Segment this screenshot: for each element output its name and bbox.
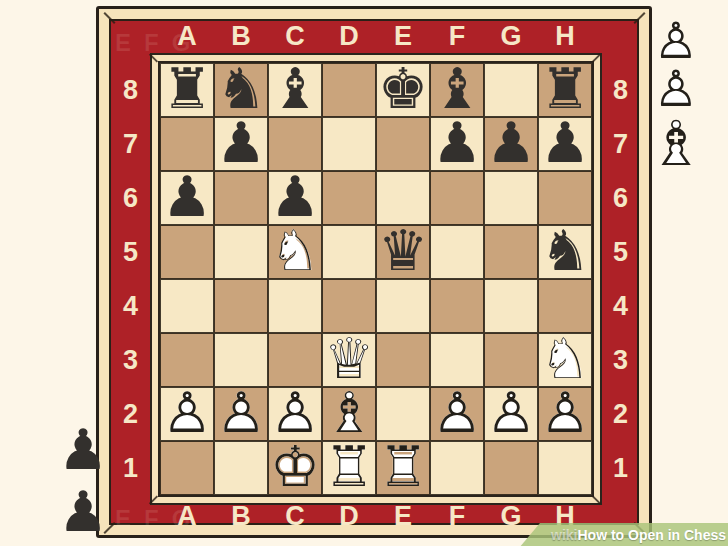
square-b5[interactable] [214,225,268,279]
black-pawn: ♟ [57,488,109,538]
black-rook: ♜ [539,63,591,117]
square-b4[interactable] [214,279,268,333]
captured-white-tray: ♟♙♟♙♝♗ [650,20,702,174]
square-d6[interactable] [322,171,376,225]
square-h4[interactable] [538,279,592,333]
square-d4[interactable] [322,279,376,333]
ghost-letters-bottom: EFG [115,505,203,533]
rank-label-7: 7 [602,117,639,171]
white-pawn: ♟♙ [650,20,702,64]
rank-labels-right: 87654321 [602,63,639,495]
file-label-g: G [484,501,538,532]
rank-label-3: 3 [111,333,150,387]
black-pawn: ♟ [431,117,483,171]
rank-label-6: 6 [602,171,639,225]
piece-outline-layer: ♗ [323,386,375,440]
file-label-g: G [484,21,538,52]
square-a8[interactable]: ♜ [160,63,214,117]
piece-glyph: ♛ [377,224,429,278]
square-h6[interactable] [538,171,592,225]
square-d8[interactable] [322,63,376,117]
square-h1[interactable] [538,441,592,495]
black-knight: ♞ [215,63,267,117]
square-b8[interactable]: ♞ [214,63,268,117]
square-h2[interactable]: ♟♙ [538,387,592,441]
square-f3[interactable] [430,333,484,387]
square-g2[interactable]: ♟♙ [484,387,538,441]
square-e5[interactable]: ♛ [376,225,430,279]
inner-bevel: ♜♞♝♚♝♜♟♟♟♟♟♟♞♘♛♞♛♕♞♘♟♙♟♙♟♙♝♗♟♙♟♙♟♙♚♔♜♖♜♖ [150,53,602,505]
piece-outline-layer: ♕ [323,332,375,386]
white-pawn: ♟♙ [269,387,321,441]
frame-mitre [633,12,645,24]
file-label-d: D [322,501,376,532]
white-pawn: ♟♙ [485,387,537,441]
white-king: ♚♔ [269,441,321,495]
black-pawn: ♟ [57,426,109,476]
rank-labels-left: 87654321 [111,63,150,495]
square-g8[interactable] [484,63,538,117]
watermark-text: wikiHow to Open in Chess [551,524,726,546]
white-pawn: ♟♙ [215,387,267,441]
rank-label-8: 8 [602,63,639,117]
captured-piece: ♟ [57,488,109,538]
file-label-f: F [430,501,484,532]
square-b6[interactable] [214,171,268,225]
square-d3[interactable]: ♛♕ [322,333,376,387]
piece-outline-layer: ♔ [269,440,321,494]
file-label-b: B [214,501,268,532]
square-e4[interactable] [376,279,430,333]
piece-outline-layer: ♙ [650,67,702,111]
square-g5[interactable] [484,225,538,279]
square-g4[interactable] [484,279,538,333]
black-rook: ♜ [161,63,213,117]
square-d2[interactable]: ♝♗ [322,387,376,441]
white-rook: ♜♖ [323,441,375,495]
piece-glyph: ♟ [57,425,109,475]
piece-glyph: ♜ [539,62,591,116]
square-f1[interactable] [430,441,484,495]
square-a3[interactable] [160,333,214,387]
square-h7[interactable]: ♟ [538,117,592,171]
rank-label-8: 8 [111,63,150,117]
piece-outline-layer: ♙ [650,19,702,63]
rank-label-7: 7 [111,117,150,171]
square-f8[interactable]: ♝ [430,63,484,117]
square-c8[interactable]: ♝ [268,63,322,117]
piece-outline-layer: ♙ [215,386,267,440]
file-label-c: C [268,501,322,532]
square-g3[interactable] [484,333,538,387]
square-a2[interactable]: ♟♙ [160,387,214,441]
square-g6[interactable] [484,171,538,225]
white-pawn: ♟♙ [161,387,213,441]
piece-outline-layer: ♖ [323,440,375,494]
square-c4[interactable] [268,279,322,333]
rank-label-3: 3 [602,333,639,387]
square-g7[interactable]: ♟ [484,117,538,171]
file-label-f: F [430,21,484,52]
captured-piece: ♟♙ [650,20,702,64]
captured-piece: ♟ [57,426,109,476]
square-e8[interactable]: ♚ [376,63,430,117]
piece-glyph: ♝ [269,62,321,116]
piece-glyph: ♟ [485,116,537,170]
black-pawn: ♟ [215,117,267,171]
white-knight: ♞♘ [269,225,321,279]
white-knight: ♞♘ [539,333,591,387]
square-a1[interactable] [160,441,214,495]
captured-piece: ♝♗ [650,116,702,174]
black-pawn: ♟ [161,171,213,225]
black-pawn: ♟ [269,171,321,225]
square-f4[interactable] [430,279,484,333]
square-c1[interactable]: ♚♔ [268,441,322,495]
piece-outline-layer: ♘ [539,332,591,386]
white-pawn: ♟♙ [431,387,483,441]
square-c6[interactable]: ♟ [268,171,322,225]
piece-outline-layer: ♙ [269,386,321,440]
square-f2[interactable]: ♟♙ [430,387,484,441]
piece-glyph: ♟ [269,170,321,224]
piece-outline-layer: ♖ [377,440,429,494]
piece-outline-layer: ♙ [539,386,591,440]
square-c3[interactable] [268,333,322,387]
black-pawn: ♟ [485,117,537,171]
piece-glyph: ♝ [431,62,483,116]
black-king: ♚ [377,63,429,117]
rank-label-2: 2 [602,387,639,441]
square-d1[interactable]: ♜♖ [322,441,376,495]
rank-label-6: 6 [111,171,150,225]
square-b1[interactable] [214,441,268,495]
black-queen: ♛ [377,225,429,279]
square-c2[interactable]: ♟♙ [268,387,322,441]
black-bishop: ♝ [269,63,321,117]
file-label-h: H [538,21,592,52]
chess-board: ABCDEFGH ABCDEFGH 87654321 87654321 ♜♞♝♚… [96,6,652,538]
square-h3[interactable]: ♞♘ [538,333,592,387]
watermark-title: How to Open in Chess [577,527,726,543]
white-bishop: ♝♗ [323,387,375,441]
square-b7[interactable]: ♟ [214,117,268,171]
white-pawn: ♟♙ [650,68,702,112]
captured-piece: ♟♙ [650,68,702,112]
piece-outline-layer: ♘ [269,224,321,278]
file-label-e: E [376,21,430,52]
rank-label-1: 1 [111,441,150,495]
square-c7[interactable] [268,117,322,171]
board-grid: ♜♞♝♚♝♜♟♟♟♟♟♟♞♘♛♞♛♕♞♘♟♙♟♙♟♙♝♗♟♙♟♙♟♙♚♔♜♖♜♖ [158,61,594,497]
file-label-e: E [376,501,430,532]
white-bishop: ♝♗ [650,116,702,174]
square-b2[interactable]: ♟♙ [214,387,268,441]
square-f7[interactable]: ♟ [430,117,484,171]
square-b3[interactable] [214,333,268,387]
rank-label-2: 2 [111,387,150,441]
piece-glyph: ♚ [377,62,429,116]
piece-glyph: ♟ [161,170,213,224]
piece-glyph: ♞ [539,224,591,278]
black-pawn: ♟ [539,117,591,171]
square-a7[interactable] [160,117,214,171]
rank-label-5: 5 [602,225,639,279]
piece-glyph: ♟ [215,116,267,170]
black-knight: ♞ [539,225,591,279]
square-e6[interactable] [376,171,430,225]
file-label-c: C [268,21,322,52]
piece-outline-layer: ♙ [431,386,483,440]
file-labels-top: ABCDEFGH [160,21,592,51]
square-e1[interactable]: ♜♖ [376,441,430,495]
rank-label-4: 4 [602,279,639,333]
file-label-d: D [322,21,376,52]
square-d7[interactable] [322,117,376,171]
square-d5[interactable] [322,225,376,279]
rank-label-4: 4 [111,279,150,333]
square-e2[interactable] [376,387,430,441]
captured-black-tray: ♟♟ [57,426,109,538]
square-e7[interactable] [376,117,430,171]
square-a5[interactable] [160,225,214,279]
white-pawn: ♟♙ [539,387,591,441]
square-f5[interactable] [430,225,484,279]
piece-glyph: ♜ [161,62,213,116]
file-label-b: B [214,21,268,52]
square-e3[interactable] [376,333,430,387]
rank-label-5: 5 [111,225,150,279]
piece-glyph: ♞ [215,62,267,116]
square-a6[interactable]: ♟ [160,171,214,225]
white-rook: ♜♖ [377,441,429,495]
piece-outline-layer: ♙ [161,386,213,440]
page: ABCDEFGH ABCDEFGH 87654321 87654321 ♜♞♝♚… [0,0,728,546]
piece-glyph: ♟ [431,116,483,170]
piece-outline-layer: ♗ [650,115,702,173]
square-h8[interactable]: ♜ [538,63,592,117]
ghost-letters-top: EFG [115,29,203,57]
square-a4[interactable] [160,279,214,333]
square-c5[interactable]: ♞♘ [268,225,322,279]
square-h5[interactable]: ♞ [538,225,592,279]
piece-outline-layer: ♙ [485,386,537,440]
piece-glyph: ♟ [539,116,591,170]
square-f6[interactable] [430,171,484,225]
rank-label-1: 1 [602,441,639,495]
black-bishop: ♝ [431,63,483,117]
white-queen: ♛♕ [323,333,375,387]
wikihow-logo-prefix: wiki [551,527,577,543]
piece-glyph: ♟ [57,487,109,537]
square-g1[interactable] [484,441,538,495]
